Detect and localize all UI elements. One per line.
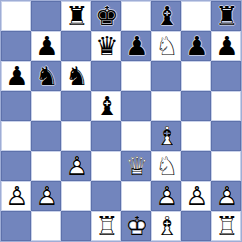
- black-pawn[interactable]: ♟: [212, 31, 240, 61]
- square-g8[interactable]: [181, 1, 211, 31]
- square-a8[interactable]: [1, 1, 31, 31]
- square-g2[interactable]: ♟♙: [181, 181, 211, 211]
- square-c1[interactable]: [61, 211, 91, 241]
- square-e6[interactable]: [121, 61, 151, 91]
- square-e4[interactable]: [121, 121, 151, 151]
- white-pawn-outline: ♙: [152, 181, 182, 211]
- square-g6[interactable]: [181, 61, 211, 91]
- square-a3[interactable]: [1, 151, 31, 181]
- square-h4[interactable]: [211, 121, 241, 151]
- square-d3[interactable]: [91, 151, 121, 181]
- square-g3[interactable]: [181, 151, 211, 181]
- black-bishop[interactable]: ♝: [92, 91, 120, 121]
- white-pawn[interactable]: ♟♙: [212, 181, 240, 211]
- black-bishop-glyph: ♝: [92, 91, 122, 121]
- white-pawn-outline: ♙: [32, 181, 62, 211]
- black-queen[interactable]: ♛: [92, 31, 120, 61]
- square-e3[interactable]: ♛♕: [121, 151, 151, 181]
- black-knight-glyph: ♞: [62, 61, 92, 91]
- white-king-outline: ♔: [122, 211, 152, 241]
- square-c7[interactable]: [61, 31, 91, 61]
- square-b8[interactable]: [31, 1, 61, 31]
- square-e2[interactable]: [121, 181, 151, 211]
- white-pawn[interactable]: ♟♙: [32, 181, 60, 211]
- square-d4[interactable]: [91, 121, 121, 151]
- square-h7[interactable]: ♟: [211, 31, 241, 61]
- square-d8[interactable]: ♚: [91, 1, 121, 31]
- square-h2[interactable]: ♟♙: [211, 181, 241, 211]
- black-pawn[interactable]: ♟: [122, 31, 150, 61]
- square-c8[interactable]: ♜: [61, 1, 91, 31]
- black-rook[interactable]: ♜: [212, 1, 240, 31]
- black-rook-glyph: ♜: [212, 1, 242, 31]
- black-knight[interactable]: ♞: [32, 61, 60, 91]
- black-king[interactable]: ♚: [92, 1, 120, 31]
- square-c6[interactable]: ♞: [61, 61, 91, 91]
- square-a4[interactable]: [1, 121, 31, 151]
- square-f4[interactable]: ♝♗: [151, 121, 181, 151]
- square-e8[interactable]: [121, 1, 151, 31]
- square-a2[interactable]: ♟♙: [1, 181, 31, 211]
- white-bishop-outline: ♗: [152, 121, 182, 151]
- square-d5[interactable]: ♝: [91, 91, 121, 121]
- square-h1[interactable]: ♜♖: [211, 211, 241, 241]
- white-pawn-outline: ♙: [182, 181, 212, 211]
- white-knight-outline: ♘: [152, 31, 182, 61]
- square-h8[interactable]: ♜: [211, 1, 241, 31]
- square-a1[interactable]: [1, 211, 31, 241]
- black-king-glyph: ♚: [92, 1, 122, 31]
- square-b4[interactable]: [31, 121, 61, 151]
- white-knight[interactable]: ♞♘: [152, 151, 180, 181]
- white-king[interactable]: ♚♔: [122, 211, 150, 241]
- square-h6[interactable]: [211, 61, 241, 91]
- white-rook-outline: ♖: [212, 211, 242, 241]
- white-pawn-outline: ♙: [2, 181, 32, 211]
- square-d6[interactable]: [91, 61, 121, 91]
- white-knight[interactable]: ♞♘: [152, 31, 180, 61]
- black-knight[interactable]: ♞: [62, 61, 90, 91]
- square-g7[interactable]: ♟: [181, 31, 211, 61]
- square-g5[interactable]: [181, 91, 211, 121]
- square-b2[interactable]: ♟♙: [31, 181, 61, 211]
- white-bishop-outline: ♗: [152, 211, 182, 241]
- black-rook[interactable]: ♜: [62, 1, 90, 31]
- white-pawn[interactable]: ♟♙: [62, 151, 90, 181]
- square-g1[interactable]: [181, 211, 211, 241]
- square-b3[interactable]: [31, 151, 61, 181]
- square-c5[interactable]: [61, 91, 91, 121]
- white-pawn-outline: ♙: [212, 181, 242, 211]
- square-c4[interactable]: [61, 121, 91, 151]
- black-knight-glyph: ♞: [32, 61, 62, 91]
- square-b6[interactable]: ♞: [31, 61, 61, 91]
- square-c3[interactable]: ♟♙: [61, 151, 91, 181]
- square-d2[interactable]: [91, 181, 121, 211]
- square-b1[interactable]: [31, 211, 61, 241]
- square-f5[interactable]: [151, 91, 181, 121]
- white-bishop[interactable]: ♝♗: [152, 121, 180, 151]
- white-knight-outline: ♘: [152, 151, 182, 181]
- black-pawn[interactable]: ♟: [32, 31, 60, 61]
- black-pawn-glyph: ♟: [122, 31, 152, 61]
- square-a6[interactable]: ♟: [1, 61, 31, 91]
- white-pawn-outline: ♙: [62, 151, 92, 181]
- white-rook[interactable]: ♜♖: [212, 211, 240, 241]
- square-h3[interactable]: [211, 151, 241, 181]
- square-a7[interactable]: [1, 31, 31, 61]
- black-pawn[interactable]: ♟: [2, 61, 30, 91]
- white-queen[interactable]: ♛♕: [122, 151, 150, 181]
- square-f3[interactable]: ♞♘: [151, 151, 181, 181]
- black-pawn-glyph: ♟: [212, 31, 242, 61]
- square-e7[interactable]: ♟: [121, 31, 151, 61]
- square-c2[interactable]: [61, 181, 91, 211]
- square-d1[interactable]: ♜♖: [91, 211, 121, 241]
- chess-board: ♜♚♝♜♟♛♟♞♘♟♟♟♞♞♝♝♗♟♙♛♕♞♘♟♙♟♙♟♙♟♙♟♙♜♖♚♔♝♗♜…: [0, 0, 242, 242]
- square-e5[interactable]: [121, 91, 151, 121]
- black-pawn-glyph: ♟: [182, 31, 212, 61]
- black-bishop[interactable]: ♝: [152, 1, 180, 31]
- black-rook-glyph: ♜: [62, 1, 92, 31]
- black-pawn-glyph: ♟: [2, 61, 32, 91]
- square-f7[interactable]: ♞♘: [151, 31, 181, 61]
- white-pawn[interactable]: ♟♙: [152, 181, 180, 211]
- white-rook-outline: ♖: [92, 211, 122, 241]
- white-pawn[interactable]: ♟♙: [2, 181, 30, 211]
- square-g4[interactable]: [181, 121, 211, 151]
- white-bishop[interactable]: ♝♗: [152, 211, 180, 241]
- square-f1[interactable]: ♝♗: [151, 211, 181, 241]
- square-f8[interactable]: ♝: [151, 1, 181, 31]
- black-pawn-glyph: ♟: [32, 31, 62, 61]
- white-rook[interactable]: ♜♖: [92, 211, 120, 241]
- black-bishop-glyph: ♝: [152, 1, 182, 31]
- square-b5[interactable]: [31, 91, 61, 121]
- square-f2[interactable]: ♟♙: [151, 181, 181, 211]
- square-f6[interactable]: [151, 61, 181, 91]
- square-e1[interactable]: ♚♔: [121, 211, 151, 241]
- white-queen-outline: ♕: [122, 151, 152, 181]
- square-d7[interactable]: ♛: [91, 31, 121, 61]
- white-pawn[interactable]: ♟♙: [182, 181, 210, 211]
- square-a5[interactable]: [1, 91, 31, 121]
- black-pawn[interactable]: ♟: [182, 31, 210, 61]
- black-queen-glyph: ♛: [92, 31, 122, 61]
- square-h5[interactable]: [211, 91, 241, 121]
- square-b7[interactable]: ♟: [31, 31, 61, 61]
